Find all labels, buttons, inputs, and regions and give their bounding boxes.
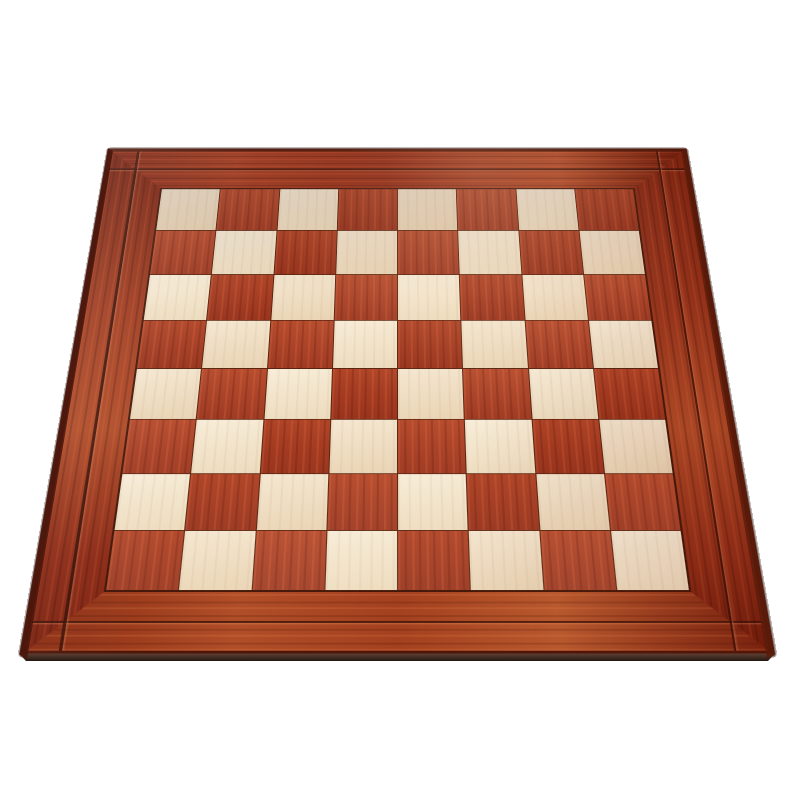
square-c1 [252, 530, 326, 589]
frame-groove-top [109, 168, 686, 170]
square-b2 [185, 473, 259, 529]
square-g1 [539, 530, 615, 589]
square-a4 [129, 368, 200, 418]
square-c8 [277, 189, 338, 230]
square-e2 [398, 473, 468, 529]
square-h8 [574, 189, 638, 230]
square-c5 [267, 320, 333, 368]
board-frame [26, 151, 768, 650]
square-e3 [398, 419, 466, 472]
square-b1 [179, 530, 255, 589]
square-f6 [459, 274, 523, 319]
chessboard-photo [0, 0, 800, 800]
square-c7 [274, 230, 337, 273]
square-e7 [397, 230, 458, 273]
square-a5 [137, 320, 206, 368]
square-g8 [515, 189, 577, 230]
square-c3 [260, 419, 330, 472]
square-a8 [156, 189, 220, 230]
square-h5 [588, 320, 657, 368]
square-d6 [334, 274, 397, 319]
square-d4 [331, 368, 397, 418]
square-c4 [263, 368, 331, 418]
square-g4 [528, 368, 597, 418]
square-h2 [604, 473, 680, 529]
square-a1 [106, 530, 184, 589]
square-d1 [325, 530, 397, 589]
square-b8 [216, 189, 278, 230]
square-a3 [122, 419, 195, 472]
board-field [106, 189, 689, 590]
square-a7 [150, 230, 216, 273]
square-a6 [143, 274, 210, 319]
square-e4 [398, 368, 464, 418]
square-g7 [518, 230, 582, 273]
square-f1 [468, 530, 542, 589]
square-e6 [397, 274, 460, 319]
square-h4 [593, 368, 664, 418]
square-f7 [458, 230, 521, 273]
square-g3 [532, 419, 604, 472]
square-c6 [270, 274, 334, 319]
square-g6 [521, 274, 587, 319]
square-h1 [610, 530, 688, 589]
square-d3 [329, 419, 397, 472]
square-e5 [397, 320, 461, 368]
square-f2 [466, 473, 538, 529]
square-b4 [196, 368, 265, 418]
square-d2 [327, 473, 397, 529]
square-h7 [579, 230, 645, 273]
square-d7 [336, 230, 397, 273]
square-h6 [583, 274, 650, 319]
square-b6 [207, 274, 273, 319]
chess-board [19, 148, 774, 655]
square-f8 [456, 189, 517, 230]
square-f3 [465, 419, 535, 472]
square-b5 [202, 320, 270, 368]
square-f4 [463, 368, 531, 418]
square-f5 [461, 320, 527, 368]
square-h3 [599, 419, 672, 472]
square-b7 [212, 230, 276, 273]
square-a2 [114, 473, 190, 529]
frame-groove-bottom [31, 620, 764, 622]
square-e8 [397, 189, 457, 230]
square-g5 [525, 320, 593, 368]
square-e1 [398, 530, 470, 589]
frame-strip-top [105, 151, 688, 189]
square-g2 [535, 473, 609, 529]
square-d8 [337, 189, 397, 230]
square-c2 [256, 473, 328, 529]
square-d5 [332, 320, 396, 368]
square-b3 [191, 419, 263, 472]
